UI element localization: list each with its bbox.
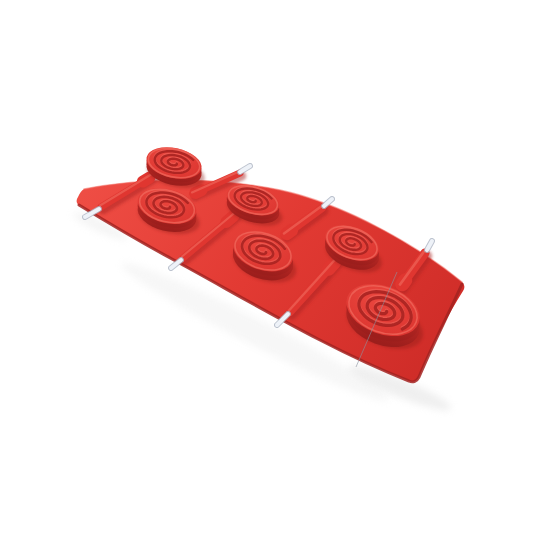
lollipop-stick [427, 241, 432, 250]
lollipop-stick [240, 166, 250, 172]
lollipop-mold-photo [0, 0, 533, 533]
product-photo-canvas [0, 0, 533, 533]
stick-body [427, 241, 432, 250]
stick-body [240, 166, 250, 172]
lollipop-stick [171, 260, 181, 268]
